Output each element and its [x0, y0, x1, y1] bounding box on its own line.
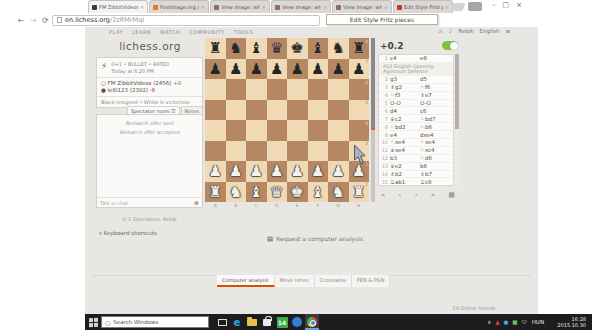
white-piece[interactable]: ♟ — [246, 161, 267, 182]
page-icon — [57, 17, 62, 23]
file-explorer-icon[interactable] — [245, 314, 259, 330]
prev-move-button[interactable]: ‹ — [399, 191, 402, 199]
tab-favicon — [275, 5, 280, 10]
board-square[interactable] — [308, 79, 329, 100]
underboard-tab[interactable]: Move times — [275, 275, 315, 287]
site-nav-item[interactable]: TOOLS — [234, 29, 253, 35]
board-square[interactable] — [267, 120, 288, 141]
browser-tabstrip: FM ZibbitVideos vs le×Postimage.org / ga… — [88, 0, 454, 13]
white-player[interactable]: ○ FM ZibbitVideos (2456) +8 — [101, 80, 198, 87]
new-tab-button[interactable] — [451, 3, 466, 11]
gauge-marker — [371, 128, 375, 130]
board-square[interactable] — [287, 100, 308, 121]
board-square[interactable]: ♟ — [205, 161, 226, 182]
time-control: 0+1 • BULLET • RATED — [111, 61, 169, 68]
board-square[interactable]: ♟7 — [349, 59, 370, 80]
underboard-tab[interactable]: Crosstable — [315, 275, 352, 287]
board-square[interactable]: ♞ — [328, 38, 349, 59]
black-rating-diff: -6 — [150, 87, 155, 93]
board-square[interactable] — [226, 79, 247, 100]
site-nav-item[interactable]: WATCH — [160, 29, 180, 35]
site-nav: PLAYLEARNWATCHCOMMUNITYTOOLS ⚔ ♪ Rebik E… — [85, 27, 538, 37]
board-square[interactable]: 4 — [349, 120, 370, 141]
black-piece[interactable]: ♞ — [226, 38, 247, 59]
browser-toolbar: ← → ⟳ en.lichess.org /2zRMrMqI ☆ ≡ — [0, 13, 540, 27]
underboard-tab[interactable]: Computer analysis — [217, 275, 275, 287]
site-menu-icon[interactable]: ≡ — [505, 28, 510, 34]
tab-favicon — [397, 5, 402, 10]
white-piece[interactable]: ♚ — [287, 182, 308, 203]
board-square[interactable]: ♟ — [226, 161, 247, 182]
board-square[interactable]: ♞ — [226, 38, 247, 59]
file-label: H — [349, 203, 370, 208]
white-piece[interactable]: ♞ — [226, 182, 247, 203]
black-piece[interactable]: ♟ — [328, 59, 349, 80]
board-square[interactable]: ♟ — [287, 161, 308, 182]
engine-toggle[interactable] — [442, 41, 458, 50]
white-piece[interactable]: ♞ — [328, 182, 349, 203]
tray-red-icon[interactable]: ▲ — [495, 319, 499, 325]
move-row[interactable]: 4♘f3♗e7 — [379, 92, 453, 100]
board-square[interactable]: ♟ — [287, 59, 308, 80]
chat-input[interactable]: Talk in chat ☻ — [97, 197, 202, 207]
board-square[interactable] — [226, 120, 247, 141]
move-row[interactable]: 10♘xe4♘xe4 — [379, 139, 453, 147]
board-square[interactable] — [267, 100, 288, 121]
bullet-icon: ⚡ — [101, 61, 107, 74]
white-rating-diff: +8 — [173, 80, 181, 86]
site-nav-item[interactable]: COMMUNITY — [189, 29, 225, 35]
browser-tab[interactable]: View image: white ro× — [210, 0, 270, 13]
move-list: 1c4e6A13 English Opening, Agincourt Defe… — [378, 54, 454, 186]
board-square[interactable] — [205, 79, 226, 100]
board-square[interactable]: ♝ — [308, 182, 329, 203]
black-piece[interactable]: ♝ — [308, 38, 329, 59]
move-row[interactable]: 13♕e2b6 — [379, 163, 453, 171]
move-row[interactable]: 1c4e6 — [379, 55, 453, 63]
rank-label: 6 — [365, 80, 368, 85]
chat-message: Rematch offer accepted — [97, 128, 202, 137]
move-row[interactable]: 8♘bd2♘b6 — [379, 123, 453, 131]
white-piece[interactable]: ♟ — [308, 161, 329, 182]
board-square[interactable]: ♛ — [267, 38, 288, 59]
black-piece[interactable]: ♛ — [267, 38, 288, 59]
black-piece[interactable]: ♟ — [205, 59, 226, 80]
chevron-down-icon: ▾ — [99, 230, 102, 236]
last-move-button[interactable]: » — [431, 191, 435, 199]
minimize-button[interactable]: – — [492, 1, 496, 9]
move-row[interactable]: 6d4c6 — [379, 107, 453, 115]
window-controls: – □ × — [492, 1, 522, 9]
mouse-cursor — [353, 145, 366, 165]
chat-message: Rematch offer sent — [97, 119, 202, 128]
underboard-tab[interactable]: FEN & PGN — [352, 275, 390, 287]
black-piece[interactable]: ♟ — [267, 59, 288, 80]
white-piece[interactable]: ♟ — [328, 161, 349, 182]
white-piece[interactable]: ♟ — [226, 161, 247, 182]
black-piece[interactable]: ♟ — [308, 59, 329, 80]
file-label: G — [328, 203, 349, 208]
board-square[interactable]: ♟ — [205, 59, 226, 80]
rank-label: 4 — [365, 121, 368, 126]
game-date: Today at 6:20 PM — [111, 68, 169, 75]
tab-close-icon[interactable]: × — [262, 4, 266, 10]
board-square[interactable]: ♟ — [308, 59, 329, 80]
board-square[interactable] — [205, 100, 226, 121]
black-piece[interactable]: ♝ — [246, 38, 267, 59]
board-square[interactable] — [267, 79, 288, 100]
move-row[interactable]: 2g3d5 — [379, 76, 453, 84]
board-square[interactable]: ♟ — [267, 59, 288, 80]
chat-member-icon: ☻ — [194, 200, 199, 206]
replay-controls: « ‹ › » ▦ — [378, 191, 458, 199]
browser-tab[interactable]: View image: white qu× — [271, 0, 331, 13]
underboard-tabs: Computer analysisMove timesCrosstableFEN… — [217, 275, 390, 287]
online-friends[interactable]: 14 Online friends — [415, 305, 533, 311]
black-piece[interactable]: ♟ — [226, 59, 247, 80]
start-button[interactable] — [85, 314, 101, 330]
file-label: E — [287, 203, 308, 208]
move-row[interactable]: 11♕xe4♘xc4 — [379, 147, 453, 155]
windows-taskbar: ○ Search Windows e 14 ∧ ▲ ● ■ 🗨 HUN 16:2… — [85, 314, 592, 330]
board-square[interactable] — [246, 79, 267, 100]
white-piece[interactable]: ♝ — [246, 182, 267, 203]
board-square[interactable] — [246, 120, 267, 141]
store-icon[interactable] — [260, 314, 274, 330]
move-row[interactable]: 14♗b2♗b7 — [379, 171, 453, 179]
username[interactable]: Rebik — [458, 28, 473, 34]
board-square[interactable]: ♟ — [226, 59, 247, 80]
site-nav-item[interactable]: LEARN — [132, 29, 151, 35]
game-info-box: ⚡ 0+1 • BULLET • RATED Today at 6:20 PM … — [96, 57, 203, 108]
white-piece[interactable]: ♟ — [267, 161, 288, 182]
board-square[interactable]: ♟ — [267, 161, 288, 182]
first-move-button[interactable]: « — [381, 191, 385, 199]
file-label: C — [246, 203, 267, 208]
chess-board[interactable]: ♜♞♝♛♚♝♞♜8♟♟♟♟♟♟♟♟76543♟♟♟♟♟♟♟♟2♜♞♝♛♚♝♞♜1 — [205, 38, 369, 202]
board-square[interactable] — [205, 141, 226, 162]
move-row[interactable]: 15♖ab1♖c8 — [379, 178, 453, 186]
language-selector[interactable]: English — [480, 28, 500, 34]
file-label: F — [308, 203, 329, 208]
url-path: /2zRMrMqI — [110, 16, 144, 24]
reload-icon[interactable]: ⟳ — [42, 16, 49, 25]
rank-label: 8 — [365, 39, 368, 44]
move-row[interactable]: 9e4dxe4 — [379, 131, 453, 139]
board-square[interactable] — [308, 100, 329, 121]
browser-profile-button[interactable] — [468, 2, 482, 11]
browser-tab[interactable]: FM ZibbitVideos vs le× — [88, 0, 148, 13]
url-domain: en.lichess.org — [65, 16, 110, 24]
white-piece[interactable]: ♛ — [267, 182, 288, 203]
board-square[interactable] — [205, 120, 226, 141]
tab-favicon — [214, 5, 219, 10]
next-move-button[interactable]: › — [415, 191, 418, 199]
board-square[interactable] — [226, 100, 247, 121]
lichess-page: PLAYLEARNWATCHCOMMUNITYTOOLS ⚔ ♪ Rebik E… — [85, 27, 538, 314]
screenshot-root: FM ZibbitVideos vs le×Postimage.org / ga… — [0, 0, 600, 330]
board-square[interactable]: 5 — [349, 100, 370, 121]
tab-close-icon[interactable]: × — [140, 4, 144, 10]
taskbar-search[interactable]: ○ Search Windows — [101, 316, 209, 328]
tab-favicon — [92, 5, 97, 10]
tab-tooltip: Edit Style Fritz pieces — [326, 14, 438, 25]
taskbar-clock[interactable]: 16:28 2015.10.30 — [557, 316, 586, 328]
tray-blue-icon[interactable]: ● — [503, 319, 508, 325]
move-row[interactable]: 3♗g2♘f6 — [379, 84, 453, 92]
chrome-icon[interactable] — [305, 314, 319, 330]
board-square[interactable]: ♚ — [287, 182, 308, 203]
search-placeholder: Search Windows — [113, 319, 158, 325]
board-square[interactable]: ♟ — [246, 161, 267, 182]
tab-favicon — [153, 5, 158, 10]
tab-close-icon[interactable]: × — [201, 4, 205, 10]
language-indicator[interactable]: HUN — [532, 319, 544, 325]
board-square[interactable] — [246, 100, 267, 121]
site-nav-links: PLAYLEARNWATCHCOMMUNITYTOOLS — [109, 29, 253, 35]
chat-messages: Rematch offer sentRematch offer accepted — [97, 115, 202, 137]
challenge-icon[interactable]: ⚔ — [438, 28, 443, 34]
keyboard-shortcuts[interactable]: ▾Keyboard shortcuts — [99, 230, 157, 236]
white-piece[interactable]: ♝ — [308, 182, 329, 203]
white-piece[interactable]: ♟ — [205, 161, 226, 182]
back-icon[interactable]: ← — [18, 16, 25, 25]
file-labels: ABCDEFGH — [205, 203, 369, 208]
board-square[interactable] — [328, 120, 349, 141]
move-list-scrollbar[interactable] — [455, 54, 459, 186]
file-label: A — [205, 203, 226, 208]
board-square[interactable]: ♝ — [246, 38, 267, 59]
request-analysis-button[interactable]: ▤Request a computer analysis — [205, 235, 425, 243]
move-row[interactable]: 5O-OO-O — [379, 100, 453, 108]
rank-label: 5 — [365, 100, 368, 105]
board-square[interactable] — [287, 120, 308, 141]
black-player[interactable]: ● le8i123 (2302) -6 — [101, 87, 198, 94]
board-square[interactable]: ♚ — [287, 38, 308, 59]
tray-green-icon[interactable]: ■ — [512, 319, 517, 325]
lichess-wordmark: lichess.org — [95, 40, 205, 52]
eval-gauge — [371, 38, 375, 202]
board-square[interactable] — [328, 79, 349, 100]
board-square[interactable]: ♟ — [328, 59, 349, 80]
board-square[interactable] — [226, 141, 247, 162]
analysis-panel: +0.2 1c4e6A13 English Opening, Agincourt… — [378, 39, 460, 52]
sound-icon[interactable]: ♪ — [449, 28, 453, 34]
spectators-line[interactable]: ⊙ 1 Spectators: Rebik — [96, 216, 203, 222]
rank-label: 7 — [365, 59, 368, 64]
board-square[interactable]: ♞ — [328, 182, 349, 203]
tab-close-icon[interactable]: × — [445, 4, 449, 10]
black-piece[interactable]: ♟ — [246, 59, 267, 80]
browser-tab[interactable]: View image: white pu× — [332, 0, 392, 13]
board-square[interactable]: 6 — [349, 79, 370, 100]
green-14-app-icon[interactable]: 14 — [275, 314, 289, 330]
browser-tab[interactable]: Postimage.org / gallo× — [149, 0, 209, 13]
edge-icon[interactable]: e — [230, 314, 244, 330]
site-nav-item[interactable]: PLAY — [109, 29, 123, 35]
file-label: B — [226, 203, 247, 208]
board-square[interactable]: ♜8 — [349, 38, 370, 59]
board-square[interactable] — [328, 141, 349, 162]
board-square[interactable]: ♟ — [246, 59, 267, 80]
task-view-icon[interactable] — [215, 314, 229, 330]
rank-label: 1 — [365, 182, 368, 187]
chart-icon: ▤ — [267, 235, 273, 243]
board-square[interactable]: ♜1 — [349, 182, 370, 203]
maximize-button[interactable]: □ — [503, 1, 510, 9]
evaluation-value: +0.2 — [380, 41, 403, 51]
forward-icon[interactable]: → — [30, 16, 37, 25]
board-square[interactable]: ♝ — [308, 38, 329, 59]
analysis-board-icon[interactable]: ▦ — [448, 191, 455, 199]
chat-box: Rematch offer sentRematch offer accepted… — [96, 114, 203, 208]
system-tray: ∧ ▲ ● ■ 🗨 — [487, 319, 527, 325]
board-square[interactable] — [308, 141, 329, 162]
board-square[interactable] — [328, 100, 349, 121]
black-piece[interactable]: ♚ — [287, 38, 308, 59]
board-square[interactable]: ♜ — [205, 182, 226, 203]
board-square[interactable]: ♞ — [226, 182, 247, 203]
white-piece[interactable]: ♟ — [287, 161, 308, 182]
move-row[interactable]: 12b3♘d6 — [379, 155, 453, 163]
black-piece[interactable]: ♞ — [328, 38, 349, 59]
close-button[interactable]: × — [516, 1, 522, 9]
board-square[interactable]: ♛ — [267, 182, 288, 203]
black-piece[interactable]: ♜ — [205, 38, 226, 59]
chat-input-placeholder: Talk in chat — [100, 200, 194, 206]
eye-icon: ⊙ — [122, 216, 126, 222]
board-square[interactable] — [267, 141, 288, 162]
board-square[interactable] — [246, 141, 267, 162]
search-icon: ○ — [105, 319, 110, 326]
tab-close-icon[interactable]: × — [384, 4, 388, 10]
board-square[interactable]: ♟ — [308, 161, 329, 182]
file-label: D — [267, 203, 288, 208]
board-square[interactable]: ♜ — [205, 38, 226, 59]
tab-close-icon[interactable]: × — [323, 4, 327, 10]
address-bar[interactable]: en.lichess.org /2zRMrMqI — [52, 15, 320, 26]
black-piece[interactable]: ♟ — [287, 59, 308, 80]
move-row[interactable]: 7♕c2♘bd7 — [379, 115, 453, 123]
opening-name: A13 English Opening, Agincourt Defence — [379, 63, 453, 76]
board-square[interactable] — [287, 141, 308, 162]
tray-chevron-icon[interactable]: ∧ — [487, 319, 491, 325]
blue-app-icon[interactable] — [290, 314, 304, 330]
tab-favicon — [336, 5, 341, 10]
notification-icon[interactable]: 🗨 — [522, 319, 528, 325]
board-square[interactable] — [308, 120, 329, 141]
board-square[interactable] — [287, 79, 308, 100]
white-piece[interactable]: ♜ — [205, 182, 226, 203]
board-square[interactable]: ♟ — [328, 161, 349, 182]
board-square[interactable]: ♝ — [246, 182, 267, 203]
browser-tab[interactable]: Edit Style Fritz pieces× — [393, 0, 453, 13]
